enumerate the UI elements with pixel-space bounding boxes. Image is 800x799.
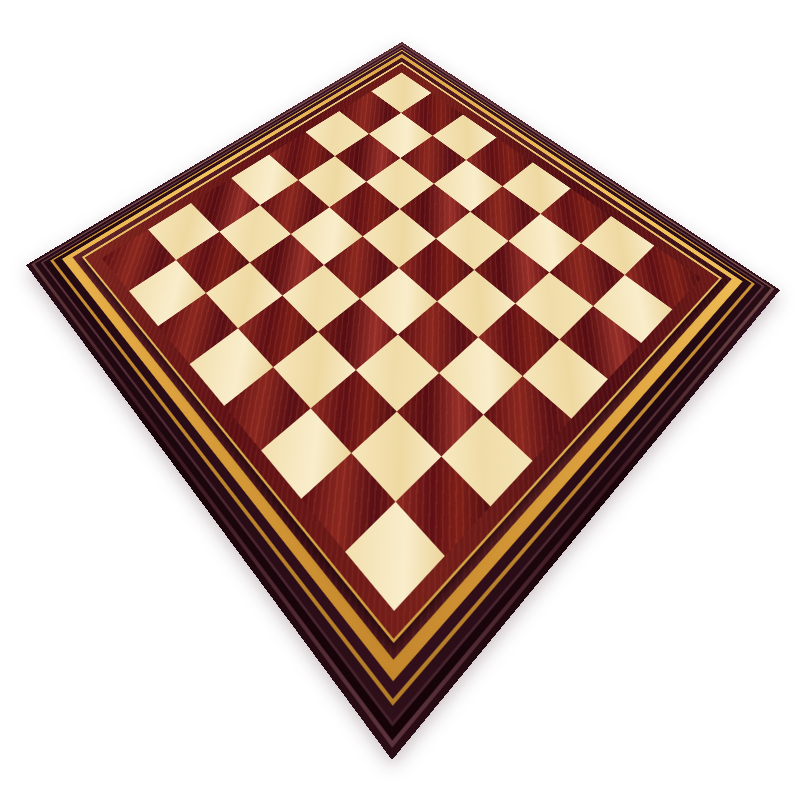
frame-gold-band [62,54,743,682]
board-edge-gold-inlay [82,62,722,643]
frame-molding-ridge-highlight-2 [41,47,765,727]
frame-gold-pinstripe [51,50,755,705]
frame-molding-outer [26,42,780,760]
frame-molding-ridge-highlight [31,44,774,748]
board-shadow [0,0,800,799]
frame-molding-groove [35,45,771,741]
frame-dark-band [54,51,751,698]
frame-rosewood-apron [73,58,732,660]
board-rosewood-border [85,63,719,638]
photo-stage [0,0,800,799]
playing-field [102,72,701,610]
chessboard [26,42,780,760]
frame-base-dark-band [43,48,761,721]
